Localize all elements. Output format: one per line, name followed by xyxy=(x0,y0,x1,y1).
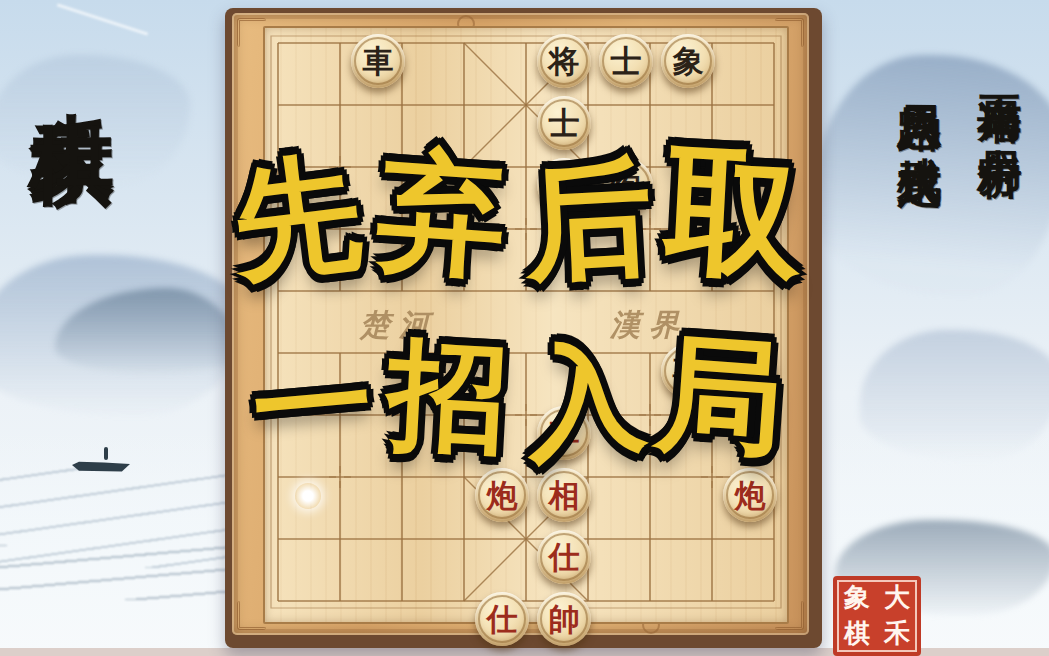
piece-glyph: 仕 xyxy=(549,542,580,573)
piece-black-advisor[interactable]: 士 xyxy=(537,96,591,150)
piece-glyph: 炮 xyxy=(487,480,518,511)
overlay-char: 一 xyxy=(248,342,378,472)
boat-art xyxy=(72,455,130,473)
seal-char: 象 xyxy=(844,585,870,611)
right-banner-outer: 正谱布局 中局分析 xyxy=(978,60,1022,122)
piece-black-general[interactable]: 将 xyxy=(537,34,591,88)
seal-char: 大 xyxy=(884,585,910,611)
frame-ornament xyxy=(237,601,266,630)
overlay-char: 后 xyxy=(521,154,656,289)
piece-red-cannon[interactable]: 炮 xyxy=(475,468,529,522)
overlay-char: 弃 xyxy=(374,146,511,283)
piece-red-advisor[interactable]: 仕 xyxy=(537,530,591,584)
board-field: 楚河 漢界 車将士象士象炮卒車車炮相炮仕仕帥 xyxy=(263,26,789,624)
left-title-banner: 大禾象棋 xyxy=(30,42,116,58)
piece-red-cannon[interactable]: 炮 xyxy=(723,468,777,522)
piece-black-advisor[interactable]: 士 xyxy=(599,34,653,88)
piece-glyph: 将 xyxy=(549,46,580,77)
overlay-title-line2: 一招入局 xyxy=(252,338,780,458)
overlay-char: 先 xyxy=(225,148,368,291)
overlay-char: 入 xyxy=(518,335,650,467)
seal-stamp: 大禾象棋 xyxy=(833,576,921,656)
piece-red-elephant[interactable]: 相 xyxy=(537,468,591,522)
overlay-char: 招 xyxy=(385,335,511,461)
piece-glyph: 士 xyxy=(611,46,642,77)
piece-glyph: 炮 xyxy=(735,480,766,511)
piece-black-chariot[interactable]: 車 xyxy=(351,34,405,88)
mountain-art xyxy=(0,55,190,185)
overlay-char: 局 xyxy=(652,330,788,466)
overlay-title-line1: 先弃后取 xyxy=(232,150,798,278)
frame-ornament xyxy=(237,18,266,47)
right-banner-inner: 入局思路 残棋定式 xyxy=(898,68,942,130)
piece-glyph: 帥 xyxy=(549,604,580,635)
wave-art xyxy=(0,545,245,600)
overlay-char: 取 xyxy=(661,141,806,286)
piece-glyph: 車 xyxy=(363,46,394,77)
seal-char: 棋 xyxy=(844,621,870,647)
piece-glyph: 象 xyxy=(673,46,704,77)
piece-glyph: 士 xyxy=(549,108,580,139)
piece-glyph: 相 xyxy=(549,480,580,511)
seal-char: 禾 xyxy=(884,621,910,647)
piece-black-elephant[interactable]: 象 xyxy=(661,34,715,88)
thumbnail-canvas: 大禾象棋 入局思路 残棋定式 正谱布局 中局分析 楚河 漢界 車将士象士象炮卒車… xyxy=(0,0,1049,656)
piece-red-advisor[interactable]: 仕 xyxy=(475,592,529,646)
piece-glyph: 仕 xyxy=(487,604,518,635)
piece-red-general[interactable]: 帥 xyxy=(537,592,591,646)
